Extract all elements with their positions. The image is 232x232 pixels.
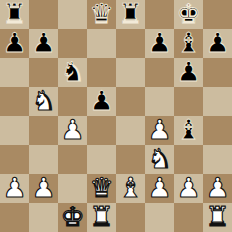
black-pawn-a7[interactable]: ♟	[2, 28, 26, 57]
square-a4[interactable]	[0, 116, 29, 145]
black-pawn-b7[interactable]: ♟	[31, 28, 55, 57]
square-f6[interactable]	[145, 58, 174, 87]
black-knight-c6[interactable]: ♞	[60, 57, 84, 86]
black-queen-d8[interactable]: ♛	[89, 0, 113, 28]
square-g8[interactable]: ♚	[174, 0, 203, 29]
square-d8[interactable]: ♛	[87, 0, 116, 29]
white-pawn-c4[interactable]: ♟	[60, 115, 84, 144]
square-a2[interactable]: ♟	[0, 174, 29, 203]
square-g1[interactable]	[174, 203, 203, 232]
white-pawn-f2[interactable]: ♟	[147, 173, 171, 202]
square-e1[interactable]	[116, 203, 145, 232]
black-rook-a8[interactable]: ♜	[2, 0, 26, 28]
white-knight-f3[interactable]: ♞	[147, 144, 171, 173]
square-a6[interactable]	[0, 58, 29, 87]
white-bishop-e2[interactable]: ♝	[118, 173, 142, 202]
black-bishop-g4[interactable]: ♝	[176, 115, 200, 144]
white-knight-b5[interactable]: ♞	[31, 86, 55, 115]
square-a8[interactable]: ♜	[0, 0, 29, 29]
square-d2[interactable]: ♛	[87, 174, 116, 203]
square-f3[interactable]: ♞	[145, 145, 174, 174]
white-king-c1[interactable]: ♚	[60, 202, 84, 231]
square-g7[interactable]: ♝	[174, 29, 203, 58]
square-b1[interactable]	[29, 203, 58, 232]
white-rook-d1[interactable]: ♜	[89, 202, 113, 231]
square-g5[interactable]	[174, 87, 203, 116]
white-rook-h1[interactable]: ♜	[205, 202, 229, 231]
square-f4[interactable]: ♟	[145, 116, 174, 145]
black-pawn-f7[interactable]: ♟	[147, 28, 171, 57]
square-b8[interactable]	[29, 0, 58, 29]
chess-app: ♜♛♜♚♟♟♟♝♟♞♟♞♟♟♟♝♞♟♟♛♝♟♟♟♚♜♜	[0, 0, 232, 232]
square-d3[interactable]	[87, 145, 116, 174]
square-h7[interactable]: ♟	[203, 29, 232, 58]
chess-board: ♜♛♜♚♟♟♟♝♟♞♟♞♟♟♟♝♞♟♟♛♝♟♟♟♚♜♜	[0, 0, 232, 232]
square-f8[interactable]	[145, 0, 174, 29]
square-d4[interactable]	[87, 116, 116, 145]
square-d7[interactable]	[87, 29, 116, 58]
white-pawn-g2[interactable]: ♟	[176, 173, 200, 202]
square-b2[interactable]: ♟	[29, 174, 58, 203]
square-b6[interactable]	[29, 58, 58, 87]
square-h6[interactable]	[203, 58, 232, 87]
square-c3[interactable]	[58, 145, 87, 174]
square-h2[interactable]: ♟	[203, 174, 232, 203]
square-a1[interactable]	[0, 203, 29, 232]
square-b3[interactable]	[29, 145, 58, 174]
square-e2[interactable]: ♝	[116, 174, 145, 203]
black-rook-e8[interactable]: ♜	[118, 0, 142, 28]
square-h5[interactable]	[203, 87, 232, 116]
white-queen-d2[interactable]: ♛	[89, 173, 113, 202]
square-a3[interactable]	[0, 145, 29, 174]
square-h1[interactable]: ♜	[203, 203, 232, 232]
square-d1[interactable]: ♜	[87, 203, 116, 232]
square-c4[interactable]: ♟	[58, 116, 87, 145]
black-pawn-h7[interactable]: ♟	[205, 28, 229, 57]
square-f1[interactable]	[145, 203, 174, 232]
square-e3[interactable]	[116, 145, 145, 174]
square-h3[interactable]	[203, 145, 232, 174]
square-b7[interactable]: ♟	[29, 29, 58, 58]
square-g2[interactable]: ♟	[174, 174, 203, 203]
square-c8[interactable]	[58, 0, 87, 29]
square-c5[interactable]	[58, 87, 87, 116]
square-d6[interactable]	[87, 58, 116, 87]
square-f5[interactable]	[145, 87, 174, 116]
square-a7[interactable]: ♟	[0, 29, 29, 58]
square-g4[interactable]: ♝	[174, 116, 203, 145]
white-pawn-f4[interactable]: ♟	[147, 115, 171, 144]
white-pawn-a2[interactable]: ♟	[2, 173, 26, 202]
square-c7[interactable]	[58, 29, 87, 58]
square-c2[interactable]	[58, 174, 87, 203]
square-c6[interactable]: ♞	[58, 58, 87, 87]
white-pawn-b2[interactable]: ♟	[31, 173, 55, 202]
square-f7[interactable]: ♟	[145, 29, 174, 58]
white-pawn-h2[interactable]: ♟	[205, 173, 229, 202]
square-e6[interactable]	[116, 58, 145, 87]
square-a5[interactable]	[0, 87, 29, 116]
square-b5[interactable]: ♞	[29, 87, 58, 116]
square-e4[interactable]	[116, 116, 145, 145]
black-pawn-g6[interactable]: ♟	[176, 57, 200, 86]
square-c1[interactable]: ♚	[58, 203, 87, 232]
black-king-g8[interactable]: ♚	[176, 0, 200, 28]
black-pawn-d5[interactable]: ♟	[89, 86, 113, 115]
square-e7[interactable]	[116, 29, 145, 58]
square-g6[interactable]: ♟	[174, 58, 203, 87]
square-h4[interactable]	[203, 116, 232, 145]
square-e8[interactable]: ♜	[116, 0, 145, 29]
square-d5[interactable]: ♟	[87, 87, 116, 116]
black-bishop-g7[interactable]: ♝	[176, 28, 200, 57]
square-f2[interactable]: ♟	[145, 174, 174, 203]
square-e5[interactable]	[116, 87, 145, 116]
square-g3[interactable]	[174, 145, 203, 174]
square-b4[interactable]	[29, 116, 58, 145]
square-h8[interactable]	[203, 0, 232, 29]
